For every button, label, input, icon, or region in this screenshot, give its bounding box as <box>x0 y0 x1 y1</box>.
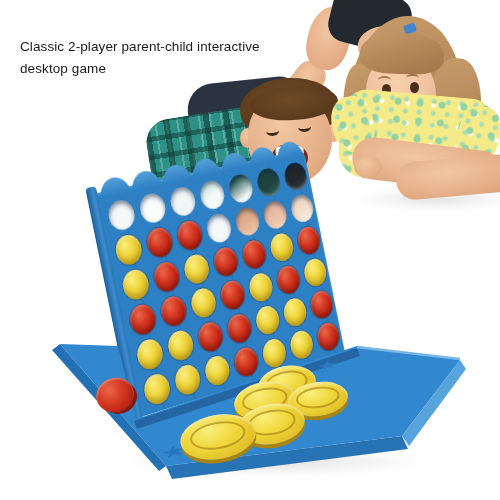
empty-hole <box>289 193 316 225</box>
empty-hole <box>226 173 254 205</box>
yellow-disc <box>172 362 202 398</box>
red-disc <box>295 225 321 257</box>
yellow-disc <box>268 231 295 264</box>
red-disc <box>232 345 260 380</box>
empty-hole <box>233 205 261 238</box>
yellow-disc <box>141 371 172 408</box>
empty-hole <box>204 212 233 245</box>
red-disc <box>195 320 224 355</box>
yellow-disc <box>247 271 275 304</box>
yellow-disc <box>302 257 328 289</box>
connect-four-board <box>86 138 345 419</box>
yellow-disc <box>120 267 151 302</box>
red-disc <box>158 294 188 329</box>
empty-hole <box>106 198 137 233</box>
red-disc <box>211 245 240 279</box>
empty-hole <box>168 185 197 218</box>
tray-right-edge <box>402 360 466 446</box>
yellow-disc <box>202 353 231 388</box>
girl-brow-left <box>378 76 391 84</box>
empty-hole <box>255 167 282 199</box>
empty-hole <box>198 179 227 212</box>
caption-text: Classic 2-player parent-child interactiv… <box>20 36 260 80</box>
girl-eye-right <box>410 82 419 93</box>
yellow-disc <box>113 233 144 268</box>
red-disc <box>240 238 268 271</box>
tray-disc-yellow <box>236 399 308 450</box>
caption-line-2: desktop game <box>20 58 260 80</box>
red-disc <box>144 225 174 259</box>
caption-line-1: Classic 2-player parent-child interactiv… <box>20 36 260 58</box>
empty-hole <box>137 191 167 225</box>
red-disc <box>218 278 246 312</box>
girl-hand <box>354 156 382 178</box>
shadow-under-tray <box>120 446 430 476</box>
yellow-disc <box>288 328 315 362</box>
red-disc <box>308 288 334 321</box>
tray-back-rim <box>357 347 460 359</box>
red-disc <box>315 320 341 353</box>
empty-hole <box>282 161 309 192</box>
yellow-disc <box>189 286 218 321</box>
product-photo: Classic 2-player parent-child interactiv… <box>0 0 500 500</box>
red-disc <box>225 311 253 345</box>
red-disc <box>127 302 158 338</box>
board-grid <box>102 158 344 412</box>
yellow-disc <box>260 336 288 370</box>
girl-brow-right <box>406 74 419 82</box>
empty-hole <box>261 199 288 231</box>
yellow-disc <box>134 337 165 373</box>
tray-disc-yellow <box>286 378 350 420</box>
yellow-disc <box>281 296 308 329</box>
yellow-disc <box>165 328 195 364</box>
red-disc <box>151 260 181 295</box>
red-disc <box>275 264 302 297</box>
yellow-disc <box>253 304 281 338</box>
yellow-disc <box>182 252 211 286</box>
red-disc <box>175 219 204 253</box>
